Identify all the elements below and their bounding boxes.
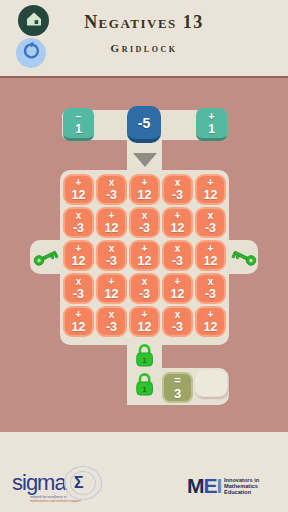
minus-one-gate: − 1 xyxy=(63,108,94,141)
mei-tagline: Innovators in Mathematics Education xyxy=(224,477,259,495)
gate-val: 1 xyxy=(208,123,215,135)
tile-val: 12 xyxy=(105,222,119,235)
mei-logo: MEI Innovators in Mathematics Education xyxy=(187,476,268,500)
sigma-wordmark: sigma xyxy=(12,470,66,495)
tile-val: 12 xyxy=(72,255,86,268)
tile-val: 12 xyxy=(171,222,185,235)
tile-val: -3 xyxy=(73,222,84,235)
grid-tile: +12 xyxy=(63,306,94,337)
tile-op: + xyxy=(208,310,214,320)
key-right-icon xyxy=(230,245,258,273)
gate-op: − xyxy=(76,112,82,122)
svg-text:1: 1 xyxy=(142,356,147,365)
svg-text:1: 1 xyxy=(142,385,147,394)
grid-tile: x-3 xyxy=(129,273,160,304)
tile-op: + xyxy=(76,310,82,320)
tile-op: x xyxy=(142,211,148,221)
goal-tile: = 3 xyxy=(162,372,193,403)
tile-op: + xyxy=(142,178,148,188)
operator-grid: +12x-3+12x-3+12x-3+12x-3+12x-3+12x-3+12x… xyxy=(63,174,226,337)
grid-tile: x-3 xyxy=(162,240,193,271)
tile-val: -3 xyxy=(172,321,183,334)
grid-tile: +12 xyxy=(195,306,226,337)
tile-op: x xyxy=(109,178,115,188)
tile-val: -3 xyxy=(106,255,117,268)
tile-op: + xyxy=(142,310,148,320)
tile-op: + xyxy=(76,178,82,188)
game-board: − 1 -5 + 1 +12x-3+12x-3+12x-3+12x-3+12x-… xyxy=(0,76,288,432)
plus-one-gate: + 1 xyxy=(196,108,227,141)
page-subtitle: Gridlock xyxy=(0,42,288,54)
sigma-symbol-icon: Σ xyxy=(74,474,84,492)
tile-val: 12 xyxy=(138,255,152,268)
gate-op: + xyxy=(209,112,215,122)
tile-op: + xyxy=(109,277,115,287)
tile-op: x xyxy=(109,244,115,254)
tile-op: + xyxy=(208,244,214,254)
tile-op: + xyxy=(175,277,181,287)
grid-tile: x-3 xyxy=(195,207,226,238)
goal-op: = xyxy=(174,375,180,386)
sigma-logo: sigma Σ network for excellence in mathem… xyxy=(12,472,132,508)
grid-tile: +12 xyxy=(162,273,193,304)
tile-val: -3 xyxy=(106,189,117,202)
tile-val: -3 xyxy=(205,222,216,235)
tile-op: x xyxy=(208,211,214,221)
grid-tile: x-3 xyxy=(162,306,193,337)
tile-val: 12 xyxy=(204,189,218,202)
grid-tile: x-3 xyxy=(162,174,193,205)
tile-val: 12 xyxy=(138,189,152,202)
tile-val: 12 xyxy=(72,189,86,202)
tile-val: -3 xyxy=(73,288,84,301)
tile-op: x xyxy=(175,244,181,254)
tile-val: 12 xyxy=(72,321,86,334)
tile-val: 12 xyxy=(204,321,218,334)
grid-tile: +12 xyxy=(96,273,127,304)
player-tile[interactable]: -5 xyxy=(127,106,161,143)
tile-op: x xyxy=(208,277,214,287)
lock-1-icon: 1 xyxy=(134,342,155,368)
tile-op: + xyxy=(175,211,181,221)
grid-tile: +12 xyxy=(63,240,94,271)
down-arrow-icon xyxy=(133,153,157,167)
gate-val: 1 xyxy=(75,123,82,135)
tile-val: 12 xyxy=(138,321,152,334)
page-title: Negatives 13 xyxy=(0,12,288,33)
grid-tile: +12 xyxy=(195,174,226,205)
tile-op: + xyxy=(109,211,115,221)
tile-val: 12 xyxy=(105,288,119,301)
lock-2-icon: 1 xyxy=(134,371,155,397)
tile-val: -3 xyxy=(205,288,216,301)
tile-op: + xyxy=(208,178,214,188)
app-screen: Negatives 13 Gridlock − 1 -5 + 1 +12x-3+… xyxy=(0,0,288,512)
goal-val: 3 xyxy=(174,387,181,400)
grid-tile: +12 xyxy=(195,240,226,271)
tile-op: + xyxy=(76,244,82,254)
grid-tile: +12 xyxy=(129,306,160,337)
tile-op: x xyxy=(76,277,82,287)
tile-val: -3 xyxy=(106,321,117,334)
grid-tile: +12 xyxy=(129,174,160,205)
tile-val: -3 xyxy=(172,255,183,268)
mei-wordmark: MEI xyxy=(187,476,221,496)
grid-tile: +12 xyxy=(129,240,160,271)
tile-op: x xyxy=(76,211,82,221)
grid-tile: +12 xyxy=(96,207,127,238)
grid-tile: x-3 xyxy=(63,273,94,304)
tile-op: x xyxy=(109,310,115,320)
tile-op: x xyxy=(175,310,181,320)
grid-tile: x-3 xyxy=(96,306,127,337)
tile-val: -3 xyxy=(139,222,150,235)
header: Negatives 13 Gridlock xyxy=(0,0,288,76)
tile-op: + xyxy=(142,244,148,254)
tile-val: -3 xyxy=(172,189,183,202)
grid-tile: x-3 xyxy=(96,240,127,271)
grid-tile: x-3 xyxy=(129,207,160,238)
tile-op: x xyxy=(142,277,148,287)
grid-tile: x-3 xyxy=(195,273,226,304)
footer: sigma Σ network for excellence in mathem… xyxy=(0,432,288,512)
tile-val: -3 xyxy=(139,288,150,301)
tile-val: 12 xyxy=(171,288,185,301)
grid-tile: x-3 xyxy=(96,174,127,205)
grid-tile: x-3 xyxy=(63,207,94,238)
sigma-tagline: network for excellence in mathematics an… xyxy=(30,495,118,503)
grid-tile: +12 xyxy=(162,207,193,238)
grid-tile: +12 xyxy=(63,174,94,205)
tile-val: 12 xyxy=(204,255,218,268)
key-left-icon xyxy=(32,245,60,273)
tile-op: x xyxy=(175,178,181,188)
empty-slot xyxy=(194,369,228,397)
